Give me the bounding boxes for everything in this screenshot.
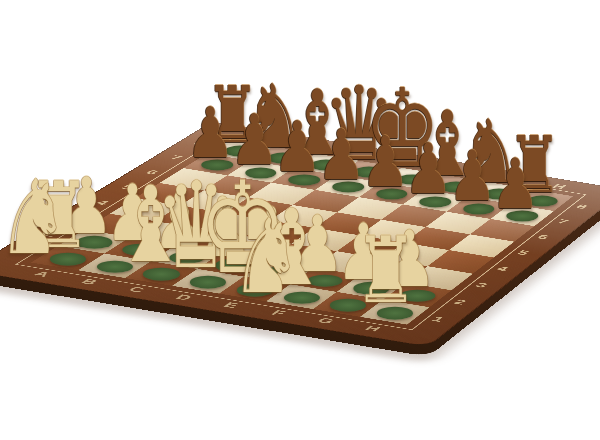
- rank-label-right-3: 3: [462, 279, 501, 291]
- rank-label-right-5: 5: [504, 247, 542, 259]
- pawn-glyph: ♟: [360, 128, 409, 197]
- knight-glyph: ♞: [231, 206, 303, 308]
- rank-label-right-4: 4: [484, 263, 522, 275]
- knight-glyph: ♞: [0, 167, 69, 270]
- rank-label-right-8: 8: [564, 201, 600, 212]
- chess-set-photo: AA11BB22CC33DD44EE55FF66GG77HH88 ♜♞♝♛♚♝♞…: [0, 0, 600, 440]
- rank-label-right-1: 1: [419, 313, 459, 326]
- pawn-glyph: ♟: [491, 150, 539, 219]
- rank-label-right-6: 6: [525, 231, 562, 242]
- pawn-glyph: ♟: [404, 135, 453, 204]
- rook-glyph: ♜: [354, 225, 418, 317]
- rank-label-right-2: 2: [441, 296, 480, 308]
- rank-label-right-7: 7: [545, 216, 582, 227]
- pawn-glyph: ♟: [448, 142, 496, 211]
- pawn-glyph: ♟: [317, 121, 366, 190]
